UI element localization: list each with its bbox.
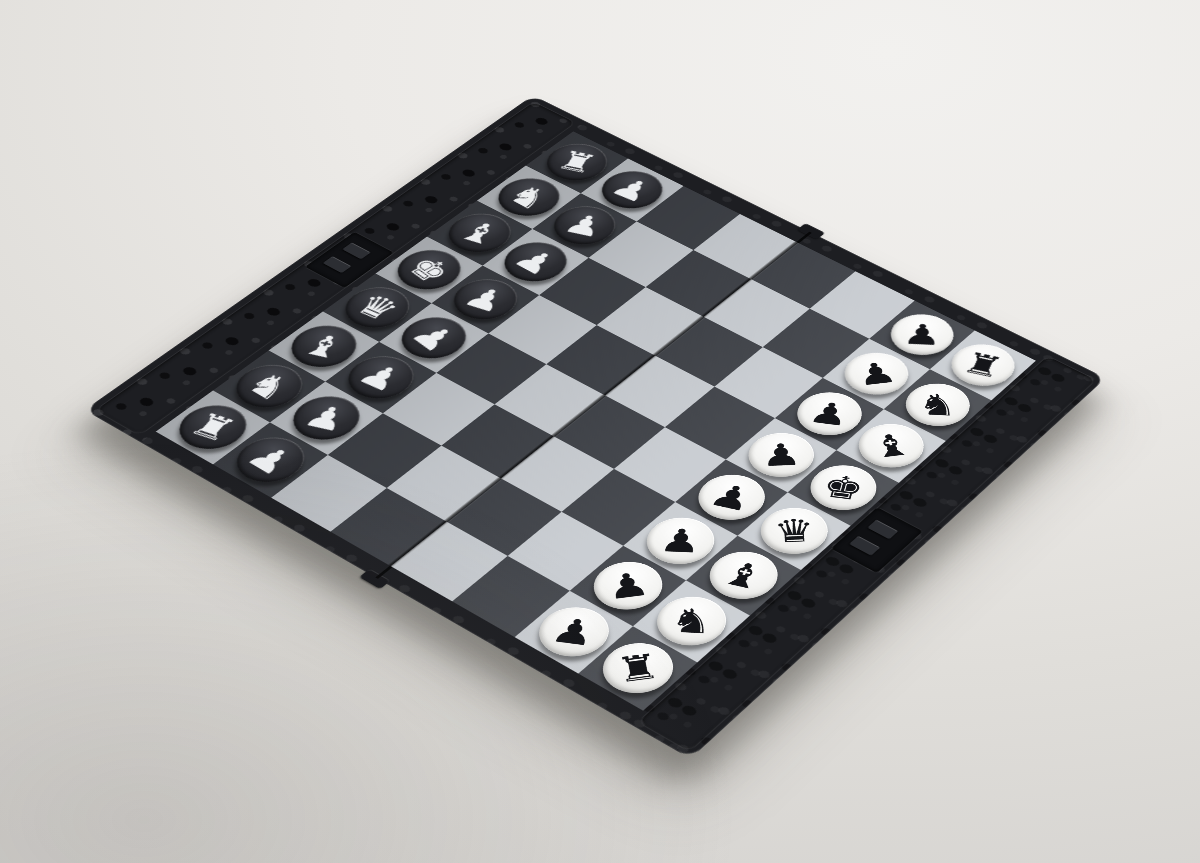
piece-glyph: ♝: [297, 329, 352, 364]
latch-tab-icon: [342, 242, 370, 259]
piece-glyph: ♟: [547, 612, 600, 651]
piece-glyph: ♟: [299, 400, 355, 437]
piece-glyph: ♝: [716, 555, 771, 595]
piece-glyph: ♜: [183, 408, 243, 447]
piece-glyph: ♟: [559, 209, 609, 241]
piece-glyph: ♟: [853, 357, 900, 390]
chess-board: ♜♟♟♜♞♟♟♞♝♟♟♝♚♟♟♚♛♟♟♛♝♟♟♝♞♟♟♞♜♟♟♜: [156, 131, 1036, 710]
piece-glyph: ♟: [458, 282, 513, 318]
piece-glyph: ♜: [958, 348, 1007, 383]
piece-glyph: ♜: [613, 648, 662, 687]
piece-glyph: ♟: [604, 567, 652, 605]
piece-glyph: ♚: [400, 252, 458, 288]
piece-glyph: ♛: [348, 289, 406, 326]
piece-glyph: ♟: [239, 439, 301, 480]
latch-tab-icon: [849, 536, 880, 556]
piece-glyph: ♝: [453, 216, 507, 250]
piece-glyph: ♟: [605, 173, 659, 207]
piece-glyph: ♟: [902, 320, 943, 350]
piece-glyph: ♟: [507, 244, 564, 280]
piece-glyph: ♝: [867, 429, 915, 463]
piece-glyph: ♛: [773, 514, 816, 547]
piece-glyph: ♞: [668, 603, 715, 638]
piece-glyph: ♟: [404, 319, 463, 357]
piece-glyph: ♞: [917, 389, 958, 420]
piece-glyph: ♟: [351, 358, 410, 396]
piece-glyph: ♟: [806, 397, 853, 431]
photo-stage: ♜♟♟♜♞♟♟♞♝♟♟♝♚♟♟♚♛♟♟♛♝♟♟♝♞♟♟♞♜♟♟♜: [0, 0, 1200, 863]
piece-glyph: ♜: [552, 147, 601, 178]
piece-glyph: ♟: [657, 524, 703, 558]
piece-glyph: ♟: [760, 439, 802, 471]
chess-case: ♜♟♟♜♞♟♟♞♝♟♟♝♚♟♟♚♛♟♟♛♝♟♟♝♞♟♟♞♜♟♟♜: [84, 95, 1105, 758]
piece-glyph: ♟: [705, 478, 759, 516]
latch-tab-icon: [867, 520, 898, 540]
piece-glyph: ♞: [501, 180, 557, 215]
piece-glyph: ♚: [819, 470, 867, 505]
piece-glyph: ♞: [239, 366, 300, 405]
latch-tab-icon: [323, 256, 352, 273]
